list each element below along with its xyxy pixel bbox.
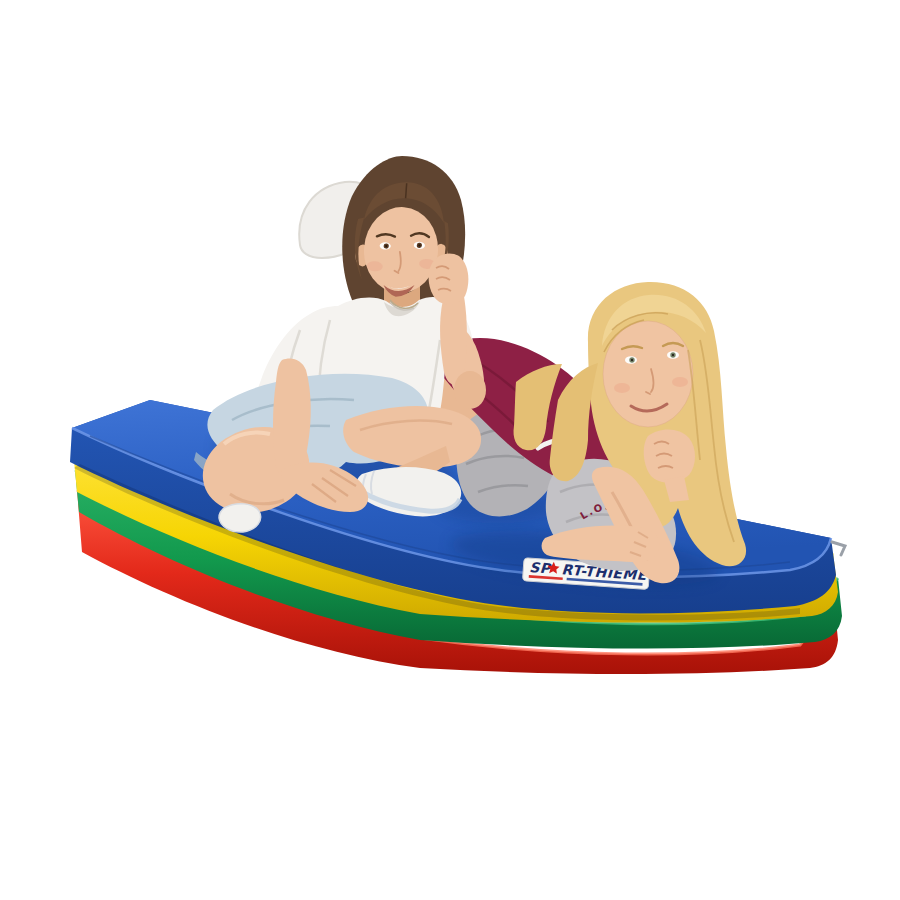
child-sitting <box>193 156 486 532</box>
white-sock-left <box>219 504 261 532</box>
sitting-child-hand <box>429 253 469 304</box>
lying-child-head <box>603 321 693 427</box>
wall-hanger-hook <box>832 542 845 555</box>
scene-illustration: SPRT-THIEME <box>0 0 900 900</box>
product-photo: SPRT-THIEME <box>0 0 900 900</box>
